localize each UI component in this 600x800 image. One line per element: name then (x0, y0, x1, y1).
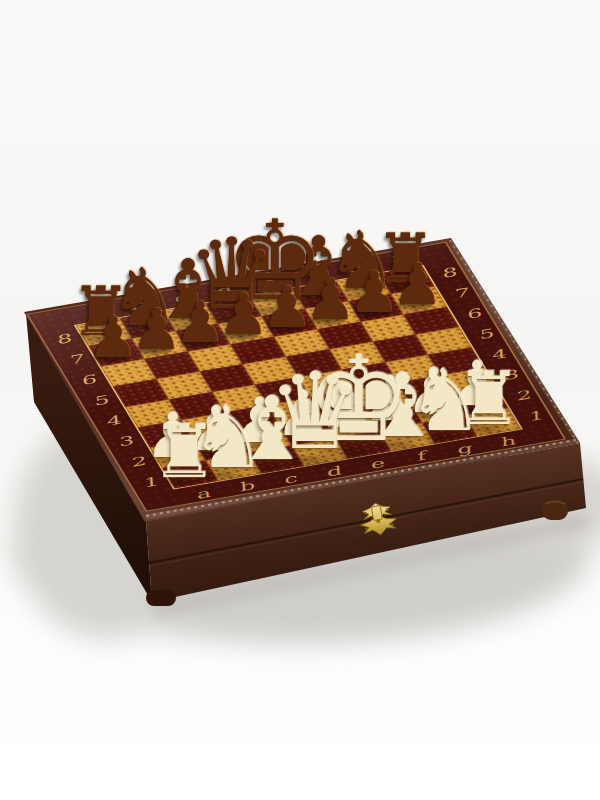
file-label-bottom-d: d (315, 463, 349, 479)
file-label-top-g: g (336, 260, 370, 276)
rank-label-left-4: 4 (95, 413, 129, 429)
file-label-bottom-h: h (489, 433, 523, 449)
file-label-bottom-g: g (446, 441, 480, 457)
product-photo-scene: 88aa77bb66cc55dd44ee33ff22gg11hh ♜♞♝♛♚♝♞… (0, 0, 600, 800)
rank-label-right-3: 3 (493, 367, 527, 383)
rank-label-left-3: 3 (108, 434, 142, 450)
file-label-top-f: f (293, 267, 327, 283)
file-label-top-a: a (75, 305, 109, 321)
rank-label-left-2: 2 (120, 454, 154, 470)
file-label-bottom-f: f (402, 448, 436, 464)
rank-label-right-8: 8 (431, 265, 465, 281)
rank-label-left-5: 5 (83, 393, 117, 409)
rank-label-left-7: 7 (58, 352, 92, 368)
file-label-bottom-e: e (359, 456, 393, 472)
rank-label-right-6: 6 (456, 306, 490, 322)
file-label-top-c: c (162, 290, 196, 306)
rank-label-right-5: 5 (468, 326, 502, 342)
file-label-top-e: e (249, 275, 283, 291)
file-label-bottom-c: c (272, 471, 306, 487)
rank-label-right-2: 2 (505, 388, 539, 404)
file-label-bottom-b: b (228, 478, 262, 494)
file-label-top-b: b (119, 297, 153, 313)
box-foot-left (146, 590, 176, 606)
file-label-top-h: h (380, 252, 414, 268)
rank-label-left-6: 6 (71, 372, 105, 388)
file-label-top-d: d (206, 282, 240, 298)
rank-label-right-4: 4 (480, 347, 514, 363)
rank-label-left-8: 8 (46, 331, 80, 347)
rank-label-right-7: 7 (443, 285, 477, 301)
file-label-bottom-a: a (185, 486, 219, 502)
rank-label-left-1: 1 (133, 474, 167, 490)
rank-label-right-1: 1 (518, 408, 552, 424)
